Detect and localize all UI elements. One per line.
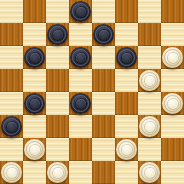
- square-f2[interactable]: [115, 138, 138, 161]
- square-g7[interactable]: [138, 23, 161, 46]
- square-c6: [46, 46, 69, 69]
- square-a3[interactable]: [0, 115, 23, 138]
- square-h2[interactable]: [161, 138, 184, 161]
- square-b7: [23, 23, 46, 46]
- white-checker-c1[interactable]: [47, 162, 68, 183]
- square-d1: [69, 161, 92, 184]
- square-e7[interactable]: [92, 23, 115, 46]
- white-checker-b2[interactable]: [24, 139, 45, 160]
- square-e4: [92, 92, 115, 115]
- square-b6[interactable]: [23, 46, 46, 69]
- square-f3: [115, 115, 138, 138]
- square-g5[interactable]: [138, 69, 161, 92]
- white-checker-g1[interactable]: [139, 162, 160, 183]
- black-checker-d8[interactable]: [70, 1, 91, 22]
- square-e5[interactable]: [92, 69, 115, 92]
- square-f6[interactable]: [115, 46, 138, 69]
- square-f4[interactable]: [115, 92, 138, 115]
- white-checker-h6[interactable]: [162, 47, 183, 68]
- square-e3[interactable]: [92, 115, 115, 138]
- square-b4[interactable]: [23, 92, 46, 115]
- white-checker-a1[interactable]: [1, 162, 22, 183]
- black-checker-f6[interactable]: [116, 47, 137, 68]
- square-b5: [23, 69, 46, 92]
- square-f5: [115, 69, 138, 92]
- square-d4[interactable]: [69, 92, 92, 115]
- square-d6[interactable]: [69, 46, 92, 69]
- black-checker-d4[interactable]: [70, 93, 91, 114]
- square-e1[interactable]: [92, 161, 115, 184]
- square-h4[interactable]: [161, 92, 184, 115]
- square-a6: [0, 46, 23, 69]
- white-checker-f2[interactable]: [116, 139, 137, 160]
- white-checker-h4[interactable]: [162, 93, 183, 114]
- square-h8[interactable]: [161, 0, 184, 23]
- square-e6: [92, 46, 115, 69]
- square-b8[interactable]: [23, 0, 46, 23]
- square-c2: [46, 138, 69, 161]
- square-a4: [0, 92, 23, 115]
- square-h3: [161, 115, 184, 138]
- square-c8: [46, 0, 69, 23]
- white-checker-g3[interactable]: [139, 116, 160, 137]
- square-f7: [115, 23, 138, 46]
- square-f8[interactable]: [115, 0, 138, 23]
- square-g1[interactable]: [138, 161, 161, 184]
- black-checker-b6[interactable]: [24, 47, 45, 68]
- square-d5: [69, 69, 92, 92]
- black-checker-a3[interactable]: [1, 116, 22, 137]
- checkers-board: [0, 0, 184, 184]
- square-c3[interactable]: [46, 115, 69, 138]
- black-checker-c7[interactable]: [47, 24, 68, 45]
- square-a5[interactable]: [0, 69, 23, 92]
- square-c4: [46, 92, 69, 115]
- square-a2: [0, 138, 23, 161]
- black-checker-e7[interactable]: [93, 24, 114, 45]
- square-b2[interactable]: [23, 138, 46, 161]
- square-h6[interactable]: [161, 46, 184, 69]
- square-c7[interactable]: [46, 23, 69, 46]
- square-h7: [161, 23, 184, 46]
- square-d8[interactable]: [69, 0, 92, 23]
- square-d3: [69, 115, 92, 138]
- square-a8: [0, 0, 23, 23]
- black-checker-d6[interactable]: [70, 47, 91, 68]
- square-g2: [138, 138, 161, 161]
- square-g8: [138, 0, 161, 23]
- square-c1[interactable]: [46, 161, 69, 184]
- square-e8: [92, 0, 115, 23]
- square-b1: [23, 161, 46, 184]
- white-checker-g5[interactable]: [139, 70, 160, 91]
- square-a1[interactable]: [0, 161, 23, 184]
- square-h5: [161, 69, 184, 92]
- square-h1: [161, 161, 184, 184]
- square-b3: [23, 115, 46, 138]
- square-c5[interactable]: [46, 69, 69, 92]
- square-g3[interactable]: [138, 115, 161, 138]
- square-g6: [138, 46, 161, 69]
- square-g4: [138, 92, 161, 115]
- square-d2[interactable]: [69, 138, 92, 161]
- square-a7[interactable]: [0, 23, 23, 46]
- square-f1: [115, 161, 138, 184]
- square-e2: [92, 138, 115, 161]
- black-checker-b4[interactable]: [24, 93, 45, 114]
- square-d7: [69, 23, 92, 46]
